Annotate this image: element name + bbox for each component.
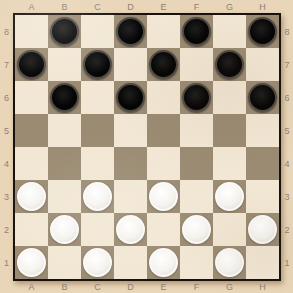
- black-piece-d8[interactable]: [116, 17, 145, 46]
- rank-label-2: 2: [0, 213, 13, 246]
- square-g3[interactable]: [213, 180, 246, 213]
- square-a5[interactable]: [15, 114, 48, 147]
- checkers-board: [13, 13, 281, 281]
- file-label-b: B: [48, 281, 81, 293]
- square-g4[interactable]: [213, 147, 246, 180]
- rank-label-6: 6: [0, 81, 13, 114]
- file-label-b: B: [48, 0, 81, 13]
- white-piece-f2[interactable]: [182, 215, 211, 244]
- file-label-a: A: [15, 281, 48, 293]
- file-label-g: G: [213, 281, 246, 293]
- square-g2[interactable]: [213, 213, 246, 246]
- file-label-d: D: [114, 281, 147, 293]
- rank-label-1: 1: [0, 246, 13, 279]
- square-d4[interactable]: [114, 147, 147, 180]
- square-f5[interactable]: [180, 114, 213, 147]
- square-h5[interactable]: [246, 114, 279, 147]
- black-piece-g7[interactable]: [215, 50, 244, 79]
- square-g5[interactable]: [213, 114, 246, 147]
- square-f6[interactable]: [180, 81, 213, 114]
- rank-labels-left: 87654321: [0, 15, 13, 279]
- square-e7[interactable]: [147, 48, 180, 81]
- square-e1[interactable]: [147, 246, 180, 279]
- rank-label-8: 8: [0, 15, 13, 48]
- rank-labels-right: 87654321: [281, 15, 293, 279]
- checkers-app: ABCDEFGH ABCDEFGH 87654321 87654321: [0, 0, 293, 293]
- rank-label-3: 3: [281, 180, 293, 213]
- square-c2[interactable]: [81, 213, 114, 246]
- square-h4[interactable]: [246, 147, 279, 180]
- rank-label-2: 2: [281, 213, 293, 246]
- square-h8[interactable]: [246, 15, 279, 48]
- file-label-a: A: [15, 0, 48, 13]
- square-f8[interactable]: [180, 15, 213, 48]
- black-piece-d6[interactable]: [116, 83, 145, 112]
- black-piece-c7[interactable]: [83, 50, 112, 79]
- square-d3[interactable]: [114, 180, 147, 213]
- square-b3[interactable]: [48, 180, 81, 213]
- file-label-d: D: [114, 0, 147, 13]
- square-d7[interactable]: [114, 48, 147, 81]
- rank-label-4: 4: [281, 147, 293, 180]
- square-a7[interactable]: [15, 48, 48, 81]
- square-c6[interactable]: [81, 81, 114, 114]
- square-c4[interactable]: [81, 147, 114, 180]
- square-h6[interactable]: [246, 81, 279, 114]
- file-label-c: C: [81, 281, 114, 293]
- square-c1[interactable]: [81, 246, 114, 279]
- black-piece-b8[interactable]: [50, 17, 79, 46]
- square-h1[interactable]: [246, 246, 279, 279]
- file-label-h: H: [246, 0, 279, 13]
- square-b4[interactable]: [48, 147, 81, 180]
- square-g8[interactable]: [213, 15, 246, 48]
- rank-label-7: 7: [281, 48, 293, 81]
- square-f4[interactable]: [180, 147, 213, 180]
- square-e4[interactable]: [147, 147, 180, 180]
- rank-label-7: 7: [0, 48, 13, 81]
- square-h3[interactable]: [246, 180, 279, 213]
- square-d8[interactable]: [114, 15, 147, 48]
- square-h2[interactable]: [246, 213, 279, 246]
- file-label-f: F: [180, 0, 213, 13]
- square-f7[interactable]: [180, 48, 213, 81]
- square-g6[interactable]: [213, 81, 246, 114]
- file-label-g: G: [213, 0, 246, 13]
- white-piece-a3[interactable]: [17, 182, 46, 211]
- square-a8[interactable]: [15, 15, 48, 48]
- rank-label-4: 4: [0, 147, 13, 180]
- rank-label-5: 5: [281, 114, 293, 147]
- rank-label-1: 1: [281, 246, 293, 279]
- square-c5[interactable]: [81, 114, 114, 147]
- black-piece-h8[interactable]: [248, 17, 277, 46]
- square-f2[interactable]: [180, 213, 213, 246]
- file-label-e: E: [147, 0, 180, 13]
- white-piece-d2[interactable]: [116, 215, 145, 244]
- square-d5[interactable]: [114, 114, 147, 147]
- square-b5[interactable]: [48, 114, 81, 147]
- square-b2[interactable]: [48, 213, 81, 246]
- square-e6[interactable]: [147, 81, 180, 114]
- file-label-e: E: [147, 281, 180, 293]
- white-piece-a1[interactable]: [17, 248, 46, 277]
- square-a1[interactable]: [15, 246, 48, 279]
- white-piece-c3[interactable]: [83, 182, 112, 211]
- rank-label-3: 3: [0, 180, 13, 213]
- white-piece-b2[interactable]: [50, 215, 79, 244]
- square-f3[interactable]: [180, 180, 213, 213]
- square-c7[interactable]: [81, 48, 114, 81]
- white-piece-h2[interactable]: [248, 215, 277, 244]
- square-d2[interactable]: [114, 213, 147, 246]
- square-h7[interactable]: [246, 48, 279, 81]
- square-g7[interactable]: [213, 48, 246, 81]
- square-b8[interactable]: [48, 15, 81, 48]
- file-labels-top: ABCDEFGH: [15, 0, 279, 13]
- square-c8[interactable]: [81, 15, 114, 48]
- square-a3[interactable]: [15, 180, 48, 213]
- black-piece-a7[interactable]: [17, 50, 46, 79]
- black-piece-h6[interactable]: [248, 83, 277, 112]
- square-a2[interactable]: [15, 213, 48, 246]
- rank-label-8: 8: [281, 15, 293, 48]
- black-piece-e7[interactable]: [149, 50, 178, 79]
- white-piece-e3[interactable]: [149, 182, 178, 211]
- square-e8[interactable]: [147, 15, 180, 48]
- square-d1[interactable]: [114, 246, 147, 279]
- white-piece-g3[interactable]: [215, 182, 244, 211]
- square-e5[interactable]: [147, 114, 180, 147]
- square-e3[interactable]: [147, 180, 180, 213]
- square-a6[interactable]: [15, 81, 48, 114]
- rank-label-6: 6: [281, 81, 293, 114]
- square-a4[interactable]: [15, 147, 48, 180]
- square-b1[interactable]: [48, 246, 81, 279]
- square-g1[interactable]: [213, 246, 246, 279]
- rank-label-5: 5: [0, 114, 13, 147]
- square-c3[interactable]: [81, 180, 114, 213]
- white-piece-e1[interactable]: [149, 248, 178, 277]
- white-piece-c1[interactable]: [83, 248, 112, 277]
- file-label-c: C: [81, 0, 114, 13]
- black-piece-f6[interactable]: [182, 83, 211, 112]
- black-piece-b6[interactable]: [50, 83, 79, 112]
- square-b7[interactable]: [48, 48, 81, 81]
- file-labels-bottom: ABCDEFGH: [15, 281, 279, 293]
- square-b6[interactable]: [48, 81, 81, 114]
- square-f1[interactable]: [180, 246, 213, 279]
- square-e2[interactable]: [147, 213, 180, 246]
- file-label-h: H: [246, 281, 279, 293]
- file-label-f: F: [180, 281, 213, 293]
- white-piece-g1[interactable]: [215, 248, 244, 277]
- square-d6[interactable]: [114, 81, 147, 114]
- black-piece-f8[interactable]: [182, 17, 211, 46]
